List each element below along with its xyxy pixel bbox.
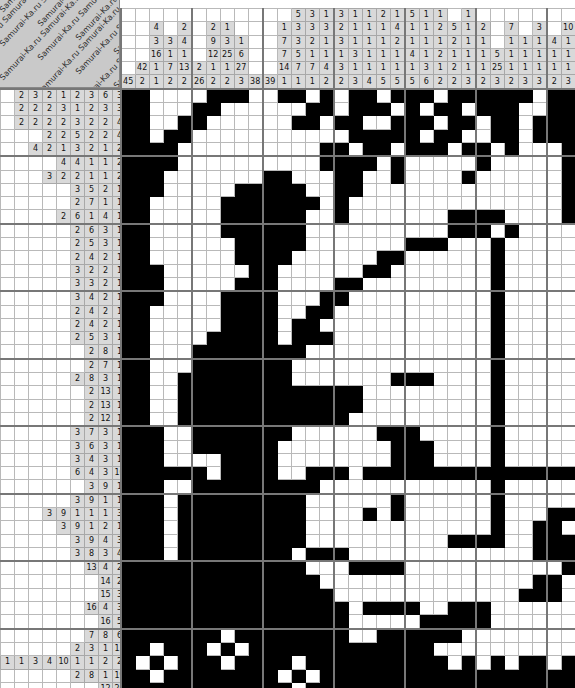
- empty-cell: [476, 399, 491, 412]
- filled-cell: [390, 251, 405, 264]
- col-clue-cell: 1: [319, 9, 334, 22]
- empty-cell: [532, 359, 547, 373]
- col-clue-cell: 3: [163, 35, 177, 48]
- col-clue-cell: 7: [504, 22, 518, 35]
- filled-cell: [121, 480, 136, 494]
- col-clue-cell: [121, 9, 136, 22]
- empty-cell: [177, 345, 192, 359]
- filled-cell: [532, 656, 547, 669]
- filled-cell: [263, 291, 278, 305]
- row-clue-cell: [85, 575, 99, 588]
- empty-cell: [192, 129, 207, 142]
- filled-cell: [504, 669, 518, 682]
- filled-cell: [248, 508, 263, 521]
- empty-cell: [433, 183, 447, 196]
- filled-cell: [390, 156, 405, 170]
- row-clue-cell: 3: [99, 426, 113, 440]
- row-clue-cell: 3: [71, 440, 85, 453]
- row-clue-cell: 13: [99, 386, 113, 399]
- filled-cell: [121, 656, 136, 669]
- empty-cell: [561, 602, 575, 615]
- empty-cell: [504, 183, 518, 196]
- row-clue-cell: [57, 305, 71, 318]
- filled-cell: [490, 103, 504, 116]
- filled-cell: [121, 467, 136, 480]
- filled-cell: [291, 386, 305, 399]
- filled-cell: [163, 615, 177, 629]
- filled-cell: [177, 588, 192, 601]
- row-clue-cell: 1: [85, 170, 99, 183]
- row-clue-cell: 13: [99, 399, 113, 412]
- filled-cell: [163, 467, 177, 480]
- col-clue-cell: [547, 22, 562, 35]
- filled-cell: [561, 467, 575, 480]
- empty-cell: [447, 277, 461, 291]
- row-clue-cell: [1, 480, 15, 494]
- row-clue-cell: 3: [43, 170, 57, 183]
- empty-cell: [504, 534, 518, 547]
- filled-cell: [305, 116, 319, 129]
- empty-cell: [376, 386, 390, 399]
- col-clue-cell: 3: [234, 75, 248, 88]
- filled-cell: [149, 480, 163, 494]
- col-clue-cell: 2: [447, 62, 461, 75]
- empty-cell: [334, 345, 349, 359]
- row-clue-cell: [43, 467, 57, 480]
- filled-cell: [206, 103, 220, 116]
- empty-cell: [390, 521, 405, 534]
- row-clue-cell: [71, 412, 85, 426]
- empty-cell: [476, 426, 491, 440]
- empty-cell: [504, 373, 518, 386]
- filled-cell: [447, 224, 461, 238]
- filled-cell: [206, 682, 220, 688]
- empty-cell: [447, 345, 461, 359]
- row-clue-cell: 7: [99, 359, 113, 373]
- row-clue-cell: 2: [71, 318, 85, 331]
- row-clue-cell: [15, 332, 29, 345]
- filled-cell: [121, 534, 136, 547]
- filled-cell: [248, 440, 263, 453]
- filled-cell: [263, 318, 278, 331]
- empty-cell: [319, 129, 334, 142]
- empty-cell: [490, 170, 504, 183]
- empty-cell: [348, 238, 362, 251]
- row-clue-cell: [29, 467, 43, 480]
- empty-cell: [504, 547, 518, 561]
- filled-cell: [532, 521, 547, 534]
- filled-cell: [561, 210, 575, 224]
- row-clue-cell: 4: [99, 534, 113, 547]
- filled-cell: [135, 508, 149, 521]
- empty-cell: [433, 156, 447, 170]
- empty-cell: [447, 642, 461, 655]
- col-clue-cell: 3: [419, 62, 433, 75]
- empty-cell: [362, 494, 376, 508]
- row-clue-cell: [29, 440, 43, 453]
- filled-cell: [291, 588, 305, 601]
- empty-cell: [461, 129, 476, 142]
- empty-cell: [504, 291, 518, 305]
- empty-cell: [319, 183, 334, 196]
- empty-cell: [277, 103, 291, 116]
- col-clue-cell: 1: [291, 75, 305, 88]
- col-clue-cell: 1: [504, 35, 518, 48]
- row-clue-cell: 5: [85, 332, 99, 345]
- empty-cell: [405, 277, 420, 291]
- col-clue-cell: 13: [177, 62, 192, 75]
- filled-cell: [121, 156, 136, 170]
- col-clue-cell: 4: [547, 35, 562, 48]
- empty-cell: [419, 129, 433, 142]
- empty-cell: [163, 264, 177, 277]
- filled-cell: [234, 575, 248, 588]
- empty-cell: [390, 332, 405, 345]
- empty-cell: [149, 116, 163, 129]
- filled-cell: [376, 682, 390, 688]
- row-clue-cell: [43, 238, 57, 251]
- empty-cell: [163, 197, 177, 210]
- row-clue-cell: 6: [71, 467, 85, 480]
- row-clue-cell: 4: [85, 291, 99, 305]
- filled-cell: [263, 183, 278, 196]
- filled-cell: [163, 142, 177, 156]
- filled-cell: [291, 480, 305, 494]
- filled-cell: [405, 602, 420, 615]
- empty-cell: [504, 642, 518, 655]
- filled-cell: [149, 453, 163, 466]
- row-clue-cell: [15, 156, 29, 170]
- empty-cell: [234, 129, 248, 142]
- filled-cell: [135, 426, 149, 440]
- empty-cell: [547, 440, 562, 453]
- row-clue-cell: 3: [99, 238, 113, 251]
- filled-cell: [305, 602, 319, 615]
- empty-cell: [518, 399, 532, 412]
- filled-cell: [206, 669, 220, 682]
- filled-cell: [476, 103, 491, 116]
- filled-cell: [135, 264, 149, 277]
- filled-cell: [390, 669, 405, 682]
- empty-cell: [362, 480, 376, 494]
- col-clue-cell: 3: [561, 75, 575, 88]
- filled-cell: [547, 129, 562, 142]
- empty-cell: [390, 142, 405, 156]
- col-clue-cell: 4: [390, 22, 405, 35]
- row-clue-cell: [85, 588, 99, 601]
- empty-cell: [518, 103, 532, 116]
- filled-cell: [376, 629, 390, 643]
- row-clue-cell: [15, 602, 29, 615]
- row-clue-cell: 2: [15, 89, 29, 103]
- row-clue-cell: 2: [99, 656, 113, 669]
- empty-cell: [163, 116, 177, 129]
- row-clue-cell: [43, 547, 57, 561]
- row-clue-cell: [1, 129, 15, 142]
- empty-cell: [461, 399, 476, 412]
- empty-cell: [348, 345, 362, 359]
- row-clue-cell: 2: [71, 89, 85, 103]
- empty-cell: [376, 373, 390, 386]
- filled-cell: [206, 412, 220, 426]
- empty-cell: [376, 345, 390, 359]
- filled-cell: [277, 534, 291, 547]
- row-clue-cell: [43, 373, 57, 386]
- filled-cell: [277, 359, 291, 373]
- row-clue-cell: [15, 170, 29, 183]
- row-clue-cell: [15, 467, 29, 480]
- filled-cell: [419, 238, 433, 251]
- filled-cell: [234, 345, 248, 359]
- filled-cell: [405, 656, 420, 669]
- empty-cell: [305, 561, 319, 575]
- col-clue-cell: [248, 35, 263, 48]
- filled-cell: [277, 89, 291, 103]
- empty-cell: [518, 615, 532, 629]
- empty-cell: [461, 197, 476, 210]
- filled-cell: [319, 669, 334, 682]
- row-clue-cell: [15, 426, 29, 440]
- row-clue-cell: [1, 399, 15, 412]
- empty-cell: [390, 238, 405, 251]
- empty-cell: [518, 142, 532, 156]
- filled-cell: [277, 170, 291, 183]
- filled-cell: [121, 89, 136, 103]
- empty-cell: [532, 508, 547, 521]
- row-clue-cell: [29, 359, 43, 373]
- row-clue-cell: [57, 291, 71, 305]
- empty-cell: [177, 156, 192, 170]
- empty-cell: [362, 277, 376, 291]
- empty-cell: [390, 359, 405, 373]
- empty-cell: [348, 453, 362, 466]
- empty-cell: [149, 345, 163, 359]
- col-clue-cell: [192, 9, 207, 22]
- empty-cell: [305, 453, 319, 466]
- row-clue-cell: 3: [71, 494, 85, 508]
- col-clue-cell: 1: [348, 22, 362, 35]
- empty-cell: [476, 116, 491, 129]
- empty-cell: [518, 480, 532, 494]
- row-clue-cell: [29, 318, 43, 331]
- filled-cell: [220, 291, 234, 305]
- col-clue-cell: 6: [234, 48, 248, 61]
- empty-cell: [334, 521, 349, 534]
- row-clue-cell: [29, 224, 43, 238]
- row-clue-cell: 15: [99, 588, 113, 601]
- filled-cell: [305, 588, 319, 601]
- empty-cell: [192, 332, 207, 345]
- col-clue-cell: 1: [461, 62, 476, 75]
- filled-cell: [291, 318, 305, 331]
- filled-cell: [490, 682, 504, 688]
- row-clue-cell: 2: [71, 251, 85, 264]
- empty-cell: [504, 386, 518, 399]
- empty-cell: [177, 426, 192, 440]
- col-clue-cell: 2: [206, 22, 220, 35]
- empty-cell: [348, 318, 362, 331]
- row-clue-cell: 2: [71, 170, 85, 183]
- col-clue-cell: 1: [433, 9, 447, 22]
- empty-cell: [405, 575, 420, 588]
- empty-cell: [362, 629, 376, 643]
- filled-cell: [277, 602, 291, 615]
- empty-cell: [561, 629, 575, 643]
- filled-cell: [405, 129, 420, 142]
- empty-cell: [376, 170, 390, 183]
- col-clue-cell: 3: [348, 75, 362, 88]
- filled-cell: [319, 656, 334, 669]
- empty-cell: [518, 197, 532, 210]
- filled-cell: [121, 440, 136, 453]
- empty-cell: [362, 426, 376, 440]
- row-clue-cell: 2: [29, 116, 43, 129]
- filled-cell: [234, 602, 248, 615]
- empty-cell: [461, 521, 476, 534]
- row-clue-cell: [57, 494, 71, 508]
- row-clue-cell: 2: [99, 521, 113, 534]
- row-clue-cell: 16: [99, 615, 113, 629]
- filled-cell: [263, 264, 278, 277]
- filled-cell: [192, 521, 207, 534]
- empty-cell: [263, 103, 278, 116]
- empty-cell: [348, 426, 362, 440]
- filled-cell: [305, 682, 319, 688]
- filled-cell: [319, 386, 334, 399]
- empty-cell: [248, 129, 263, 142]
- empty-cell: [334, 575, 349, 588]
- filled-cell: [334, 386, 349, 399]
- filled-cell: [419, 89, 433, 103]
- filled-cell: [121, 669, 136, 682]
- filled-cell: [121, 412, 136, 426]
- empty-cell: [192, 89, 207, 103]
- row-clue-cell: [1, 277, 15, 291]
- row-clue-cell: 5: [85, 183, 99, 196]
- empty-cell: [206, 224, 220, 238]
- empty-cell: [192, 277, 207, 291]
- empty-cell: [461, 453, 476, 466]
- empty-cell: [561, 277, 575, 291]
- empty-cell: [220, 129, 234, 142]
- row-clue-cell: [1, 238, 15, 251]
- row-clue-cell: [57, 183, 71, 196]
- empty-cell: [405, 534, 420, 547]
- filled-cell: [248, 197, 263, 210]
- filled-cell: [405, 238, 420, 251]
- row-clue-cell: [1, 602, 15, 615]
- filled-cell: [248, 210, 263, 224]
- filled-cell: [206, 359, 220, 373]
- row-clue-cell: [71, 629, 85, 643]
- empty-cell: [561, 318, 575, 331]
- empty-cell: [461, 480, 476, 494]
- col-clue-cell: 1: [319, 48, 334, 61]
- filled-cell: [291, 615, 305, 629]
- filled-cell: [532, 588, 547, 601]
- empty-cell: [277, 669, 291, 682]
- row-clue-cell: [29, 426, 43, 440]
- col-clue-cell: 1: [362, 48, 376, 61]
- empty-cell: [362, 521, 376, 534]
- empty-cell: [206, 642, 220, 655]
- col-clue-cell: 7: [277, 48, 291, 61]
- empty-cell: [348, 142, 362, 156]
- filled-cell: [263, 575, 278, 588]
- filled-cell: [149, 508, 163, 521]
- empty-cell: [419, 264, 433, 277]
- empty-cell: [490, 642, 504, 655]
- empty-cell: [547, 345, 562, 359]
- empty-cell: [263, 116, 278, 129]
- empty-cell: [248, 103, 263, 116]
- empty-cell: [447, 170, 461, 183]
- row-clue-cell: 1: [57, 89, 71, 103]
- filled-cell: [291, 183, 305, 196]
- empty-cell: [518, 116, 532, 129]
- filled-cell: [376, 129, 390, 142]
- empty-cell: [433, 453, 447, 466]
- filled-cell: [447, 534, 461, 547]
- col-clue-cell: 1: [532, 48, 547, 61]
- filled-cell: [248, 224, 263, 238]
- filled-cell: [263, 373, 278, 386]
- filled-cell: [447, 129, 461, 142]
- empty-cell: [447, 332, 461, 345]
- col-clue-cell: 4: [177, 35, 192, 48]
- empty-cell: [561, 426, 575, 440]
- empty-cell: [376, 453, 390, 466]
- filled-cell: [192, 103, 207, 116]
- empty-cell: [419, 103, 433, 116]
- empty-cell: [291, 251, 305, 264]
- col-clue-cell: 7: [291, 62, 305, 75]
- empty-cell: [248, 89, 263, 103]
- empty-cell: [376, 277, 390, 291]
- filled-cell: [248, 521, 263, 534]
- col-clue-cell: 1: [461, 22, 476, 35]
- row-clue-cell: [57, 399, 71, 412]
- filled-cell: [121, 547, 136, 561]
- filled-cell: [263, 399, 278, 412]
- filled-cell: [248, 453, 263, 466]
- filled-cell: [490, 345, 504, 359]
- empty-cell: [447, 264, 461, 277]
- row-clue-cell: [57, 615, 71, 629]
- empty-cell: [532, 210, 547, 224]
- filled-cell: [177, 629, 192, 643]
- col-clue-cell: 2: [220, 75, 234, 88]
- filled-cell: [177, 373, 192, 386]
- filled-cell: [163, 575, 177, 588]
- empty-cell: [334, 318, 349, 331]
- col-clue-cell: 6: [419, 75, 433, 88]
- filled-cell: [206, 629, 220, 643]
- filled-cell: [177, 534, 192, 547]
- empty-cell: [561, 494, 575, 508]
- empty-cell: [192, 224, 207, 238]
- empty-cell: [319, 210, 334, 224]
- filled-cell: [532, 575, 547, 588]
- filled-cell: [177, 561, 192, 575]
- empty-cell: [362, 318, 376, 331]
- empty-cell: [149, 197, 163, 210]
- filled-cell: [504, 129, 518, 142]
- filled-cell: [461, 656, 476, 669]
- filled-cell: [220, 386, 234, 399]
- row-clue-cell: 1: [85, 210, 99, 224]
- row-clue-cell: 2: [99, 251, 113, 264]
